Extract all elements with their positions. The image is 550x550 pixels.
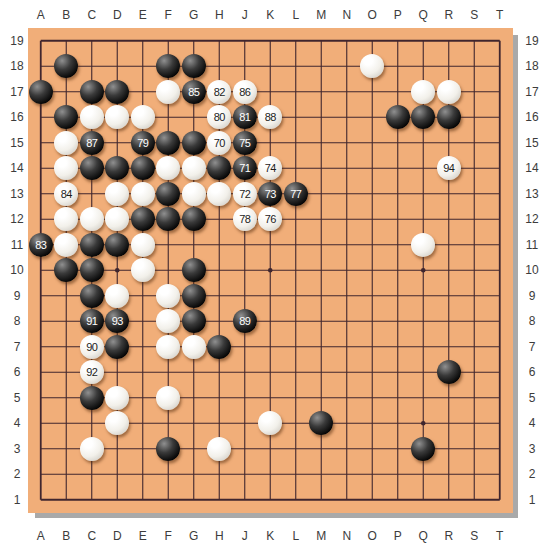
- column-label-top-E: E: [130, 7, 156, 23]
- move-number-72: 72: [239, 182, 250, 206]
- column-label-bottom-T: T: [487, 528, 513, 544]
- row-label-left-16: 16: [4, 109, 30, 125]
- row-label-right-3: 3: [519, 441, 545, 457]
- stone-white-C3: [80, 437, 104, 461]
- stone-white-F17: [156, 80, 180, 104]
- stone-white-C7: 90: [80, 335, 104, 359]
- stone-black-E14: [131, 156, 155, 180]
- stone-black-E12: [131, 207, 155, 231]
- stone-white-E16: [131, 105, 155, 129]
- stone-white-B13: 84: [54, 182, 78, 206]
- move-number-85: 85: [188, 80, 199, 104]
- column-label-bottom-S: S: [461, 528, 487, 544]
- column-label-bottom-K: K: [257, 528, 283, 544]
- stone-black-D11: [105, 233, 129, 257]
- stone-white-R17: [437, 80, 461, 104]
- move-number-73: 73: [265, 182, 276, 206]
- stone-white-G7: [182, 335, 206, 359]
- row-label-left-14: 14: [4, 160, 30, 176]
- move-number-87: 87: [86, 131, 97, 155]
- row-label-left-3: 3: [4, 441, 30, 457]
- column-label-top-Q: Q: [410, 7, 436, 23]
- stone-white-O18: [360, 54, 384, 78]
- stone-black-J14: 71: [233, 156, 257, 180]
- move-number-80: 80: [214, 105, 225, 129]
- stone-black-C11: [80, 233, 104, 257]
- stone-black-H7: [207, 335, 231, 359]
- column-label-top-C: C: [79, 7, 105, 23]
- stone-white-G14: [182, 156, 206, 180]
- column-label-top-L: L: [283, 7, 309, 23]
- move-number-79: 79: [137, 131, 148, 155]
- column-label-bottom-H: H: [206, 528, 232, 544]
- row-label-right-9: 9: [519, 288, 545, 304]
- stone-white-F9: [156, 284, 180, 308]
- stone-black-K13: 73: [258, 182, 282, 206]
- stone-black-D17: [105, 80, 129, 104]
- stone-white-K16: 88: [258, 105, 282, 129]
- stone-white-D5: [105, 386, 129, 410]
- stone-white-J12: 78: [233, 207, 257, 231]
- row-label-left-11: 11: [4, 237, 30, 253]
- stone-black-D14: [105, 156, 129, 180]
- stone-white-F14: [156, 156, 180, 180]
- row-label-left-17: 17: [4, 84, 30, 100]
- stone-white-E10: [131, 258, 155, 282]
- move-number-86: 86: [239, 80, 250, 104]
- row-label-left-5: 5: [4, 390, 30, 406]
- stone-black-B10: [54, 258, 78, 282]
- stone-black-J15: 75: [233, 131, 257, 155]
- move-number-93: 93: [112, 309, 123, 333]
- column-label-top-J: J: [232, 7, 258, 23]
- move-number-90: 90: [86, 335, 97, 359]
- column-label-bottom-B: B: [53, 528, 79, 544]
- stone-white-B12: [54, 207, 78, 231]
- move-number-74: 74: [265, 156, 276, 180]
- row-label-left-2: 2: [4, 466, 30, 482]
- stone-white-C6: 92: [80, 360, 104, 384]
- row-label-right-1: 1: [519, 492, 545, 508]
- stone-white-G13: [182, 182, 206, 206]
- stone-white-B14: [54, 156, 78, 180]
- move-number-91: 91: [86, 309, 97, 333]
- move-number-84: 84: [61, 182, 72, 206]
- stone-black-L13: 77: [284, 182, 308, 206]
- stone-black-G10: [182, 258, 206, 282]
- move-number-89: 89: [239, 309, 250, 333]
- stone-white-Q11: [411, 233, 435, 257]
- stone-white-H16: 80: [207, 105, 231, 129]
- row-label-left-19: 19: [4, 33, 30, 49]
- stone-white-B15: [54, 131, 78, 155]
- column-label-top-B: B: [53, 7, 79, 23]
- stone-black-F3: [156, 437, 180, 461]
- column-label-bottom-M: M: [308, 528, 334, 544]
- stone-black-B16: [54, 105, 78, 129]
- move-number-77: 77: [290, 182, 301, 206]
- stone-black-H14: [207, 156, 231, 180]
- column-label-top-N: N: [334, 7, 360, 23]
- move-number-71: 71: [239, 156, 250, 180]
- stone-black-D8: 93: [105, 309, 129, 333]
- stone-black-C14: [80, 156, 104, 180]
- column-label-bottom-G: G: [181, 528, 207, 544]
- stone-black-E15: 79: [131, 131, 155, 155]
- row-label-left-4: 4: [4, 415, 30, 431]
- stone-black-D7: [105, 335, 129, 359]
- row-label-right-16: 16: [519, 109, 545, 125]
- stone-black-P16: [386, 105, 410, 129]
- stone-white-R14: 94: [437, 156, 461, 180]
- column-label-bottom-O: O: [359, 528, 385, 544]
- move-number-81: 81: [239, 105, 250, 129]
- column-label-bottom-J: J: [232, 528, 258, 544]
- column-label-bottom-E: E: [130, 528, 156, 544]
- stone-white-E13: [131, 182, 155, 206]
- stone-black-A17: [29, 80, 53, 104]
- stone-black-F13: [156, 182, 180, 206]
- row-label-left-7: 7: [4, 339, 30, 355]
- column-label-top-S: S: [461, 7, 487, 23]
- stone-white-K12: 76: [258, 207, 282, 231]
- stone-black-C5: [80, 386, 104, 410]
- stone-black-J8: 89: [233, 309, 257, 333]
- move-number-92: 92: [86, 360, 97, 384]
- stone-white-D16: [105, 105, 129, 129]
- column-label-bottom-R: R: [436, 528, 462, 544]
- row-label-right-18: 18: [519, 58, 545, 74]
- stone-white-H13: [207, 182, 231, 206]
- stone-black-C15: 87: [80, 131, 104, 155]
- stone-white-F8: [156, 309, 180, 333]
- row-label-right-6: 6: [519, 364, 545, 380]
- stone-black-C17: [80, 80, 104, 104]
- stone-black-R6: [437, 360, 461, 384]
- move-number-78: 78: [239, 207, 250, 231]
- stone-black-C9: [80, 284, 104, 308]
- row-label-right-12: 12: [519, 211, 545, 227]
- row-label-right-14: 14: [519, 160, 545, 176]
- stone-black-G9: [182, 284, 206, 308]
- row-label-right-5: 5: [519, 390, 545, 406]
- stone-white-D12: [105, 207, 129, 231]
- move-number-70: 70: [214, 131, 225, 155]
- move-number-75: 75: [239, 131, 250, 155]
- stone-white-D13: [105, 182, 129, 206]
- stone-white-J13: 72: [233, 182, 257, 206]
- move-number-83: 83: [35, 233, 46, 257]
- row-label-left-8: 8: [4, 313, 30, 329]
- stone-black-M4: [309, 411, 333, 435]
- column-label-top-A: A: [28, 7, 54, 23]
- column-label-top-G: G: [181, 7, 207, 23]
- column-label-bottom-C: C: [79, 528, 105, 544]
- row-label-left-10: 10: [4, 262, 30, 278]
- stone-white-H3: [207, 437, 231, 461]
- stone-black-Q3: [411, 437, 435, 461]
- row-label-left-12: 12: [4, 211, 30, 227]
- stone-black-C8: 91: [80, 309, 104, 333]
- column-label-bottom-F: F: [155, 528, 181, 544]
- stone-black-C10: [80, 258, 104, 282]
- row-label-left-1: 1: [4, 492, 30, 508]
- column-label-top-D: D: [104, 7, 130, 23]
- stone-white-H17: 82: [207, 80, 231, 104]
- row-label-right-4: 4: [519, 415, 545, 431]
- stone-black-F15: [156, 131, 180, 155]
- go-diagram: 8582868081888779707571749484727377787683…: [0, 0, 550, 550]
- column-label-top-O: O: [359, 7, 385, 23]
- row-label-right-17: 17: [519, 84, 545, 100]
- row-label-left-9: 9: [4, 288, 30, 304]
- stone-white-E11: [131, 233, 155, 257]
- move-number-76: 76: [265, 207, 276, 231]
- column-label-bottom-P: P: [385, 528, 411, 544]
- stone-black-F12: [156, 207, 180, 231]
- stone-black-B18: [54, 54, 78, 78]
- stone-black-R16: [437, 105, 461, 129]
- stone-white-K14: 74: [258, 156, 282, 180]
- column-label-bottom-A: A: [28, 528, 54, 544]
- stone-black-G12: [182, 207, 206, 231]
- column-label-top-F: F: [155, 7, 181, 23]
- stone-black-F18: [156, 54, 180, 78]
- row-label-right-19: 19: [519, 33, 545, 49]
- stone-white-K4: [258, 411, 282, 435]
- column-label-bottom-N: N: [334, 528, 360, 544]
- stone-black-A11: 83: [29, 233, 53, 257]
- stone-black-G18: [182, 54, 206, 78]
- column-label-top-P: P: [385, 7, 411, 23]
- column-label-bottom-L: L: [283, 528, 309, 544]
- column-label-bottom-D: D: [104, 528, 130, 544]
- row-label-right-13: 13: [519, 186, 545, 202]
- column-label-top-H: H: [206, 7, 232, 23]
- go-board: 8582868081888779707571749484727377787683…: [28, 28, 513, 513]
- stones-layer: 8582868081888779707571749484727377787683…: [28, 28, 513, 513]
- stone-white-F5: [156, 386, 180, 410]
- column-label-bottom-Q: Q: [410, 528, 436, 544]
- stone-black-G15: [182, 131, 206, 155]
- stone-white-B11: [54, 233, 78, 257]
- row-label-right-8: 8: [519, 313, 545, 329]
- column-label-top-K: K: [257, 7, 283, 23]
- column-label-top-T: T: [487, 7, 513, 23]
- row-label-right-10: 10: [519, 262, 545, 278]
- row-label-right-2: 2: [519, 466, 545, 482]
- stone-black-Q16: [411, 105, 435, 129]
- stone-black-J16: 81: [233, 105, 257, 129]
- row-label-left-18: 18: [4, 58, 30, 74]
- move-number-94: 94: [443, 156, 454, 180]
- row-label-right-11: 11: [519, 237, 545, 253]
- row-label-right-15: 15: [519, 135, 545, 151]
- stone-white-C16: [80, 105, 104, 129]
- stone-white-J17: 86: [233, 80, 257, 104]
- move-number-82: 82: [214, 80, 225, 104]
- stone-black-G17: 85: [182, 80, 206, 104]
- column-label-top-R: R: [436, 7, 462, 23]
- stone-white-H15: 70: [207, 131, 231, 155]
- stone-white-F7: [156, 335, 180, 359]
- stone-black-G8: [182, 309, 206, 333]
- move-number-88: 88: [265, 105, 276, 129]
- stone-white-Q17: [411, 80, 435, 104]
- row-label-right-7: 7: [519, 339, 545, 355]
- row-label-left-13: 13: [4, 186, 30, 202]
- row-label-left-15: 15: [4, 135, 30, 151]
- stone-white-D4: [105, 411, 129, 435]
- row-label-left-6: 6: [4, 364, 30, 380]
- stone-white-D9: [105, 284, 129, 308]
- stone-white-C12: [80, 207, 104, 231]
- column-label-top-M: M: [308, 7, 334, 23]
